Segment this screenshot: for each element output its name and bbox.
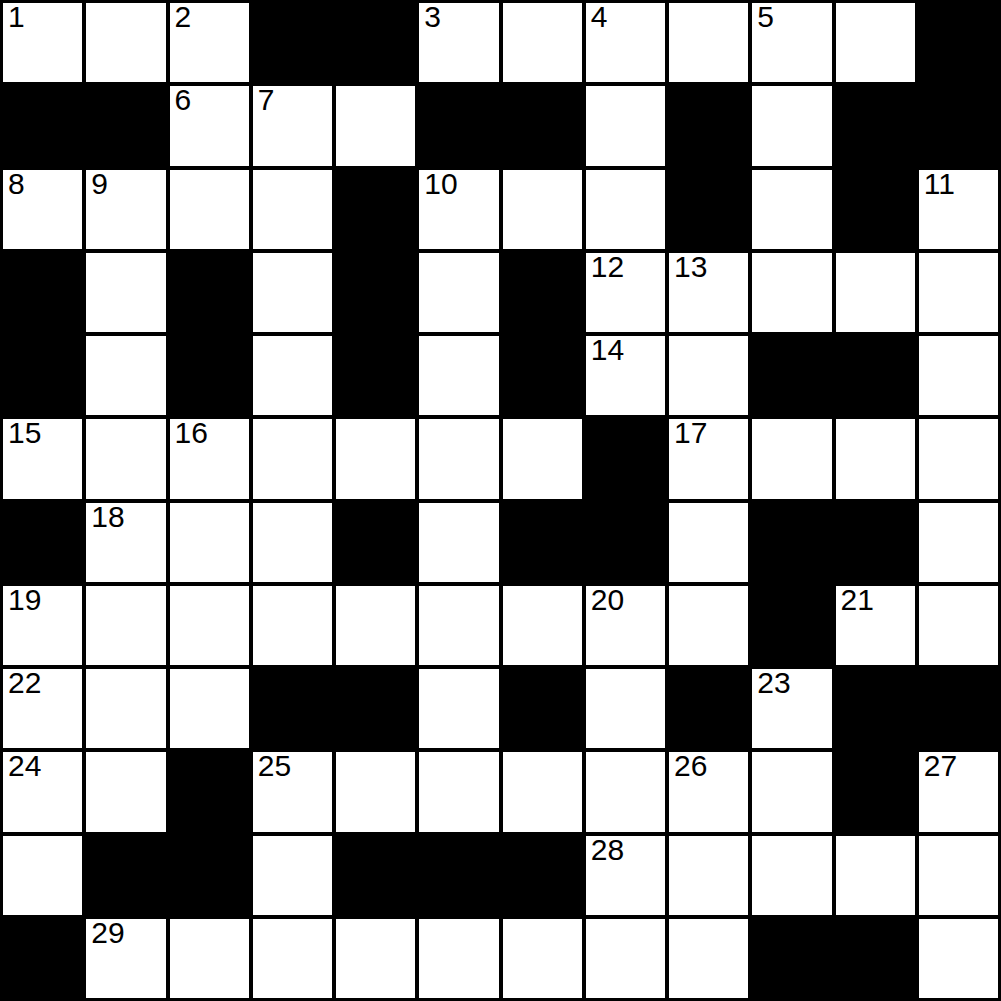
white-cell-r3c11[interactable] [919,253,998,332]
white-cell-r5c5[interactable] [419,419,498,498]
white-cell-r10c3[interactable] [253,836,332,915]
clue-number-3: 3 [424,1,441,33]
white-cell-r9c11[interactable]: 27 [919,752,998,831]
clue-number-16: 16 [175,417,208,449]
white-cell-r7c4[interactable] [336,586,415,665]
black-cell-r2c10 [836,170,915,249]
clue-number-7: 7 [258,84,275,116]
clue-number-20: 20 [591,584,624,616]
white-cell-r7c11[interactable] [919,586,998,665]
clue-number-29: 29 [91,917,124,949]
white-cell-r2c0[interactable]: 8 [3,170,82,249]
black-cell-r4c4 [336,336,415,415]
clue-number-28: 28 [591,834,624,866]
clue-number-1: 1 [8,1,25,33]
clue-number-23: 23 [757,667,790,699]
clue-number-21: 21 [841,584,874,616]
white-cell-r2c2[interactable] [170,170,249,249]
black-cell-r10c5 [419,836,498,915]
white-cell-r4c8[interactable] [669,336,748,415]
black-cell-r1c0 [3,86,82,165]
black-cell-r10c2 [170,836,249,915]
black-cell-r0c4 [336,3,415,82]
white-cell-r0c1[interactable] [86,3,165,82]
white-cell-r0c6[interactable] [503,3,582,82]
black-cell-r4c6 [503,336,582,415]
white-cell-r5c3[interactable] [253,419,332,498]
white-cell-r9c7[interactable] [586,752,665,831]
clue-number-19: 19 [8,584,41,616]
white-cell-r7c2[interactable] [170,586,249,665]
white-cell-r5c9[interactable] [752,419,831,498]
clue-number-6: 6 [175,84,192,116]
white-cell-r9c4[interactable] [336,752,415,831]
white-cell-r9c1[interactable] [86,752,165,831]
black-cell-r1c1 [86,86,165,165]
clue-number-2: 2 [175,1,192,33]
black-cell-r6c7 [586,503,665,582]
black-cell-r6c10 [836,503,915,582]
white-cell-r10c11[interactable] [919,836,998,915]
white-cell-r9c3[interactable]: 25 [253,752,332,831]
clue-number-22: 22 [8,667,41,699]
white-cell-r5c0[interactable]: 15 [3,419,82,498]
black-cell-r9c2 [170,752,249,831]
white-cell-r2c9[interactable] [752,170,831,249]
white-cell-r6c5[interactable] [419,503,498,582]
white-cell-r6c8[interactable] [669,503,748,582]
white-cell-r9c0[interactable]: 24 [3,752,82,831]
white-cell-r11c7[interactable] [586,919,665,998]
white-cell-r2c5[interactable]: 10 [419,170,498,249]
white-cell-r8c1[interactable] [86,669,165,748]
black-cell-r3c4 [336,253,415,332]
black-cell-r3c6 [503,253,582,332]
white-cell-r11c11[interactable] [919,919,998,998]
black-cell-r8c4 [336,669,415,748]
white-cell-r4c5[interactable] [419,336,498,415]
black-cell-r10c4 [336,836,415,915]
clue-number-12: 12 [591,251,624,283]
white-cell-r8c0[interactable]: 22 [3,669,82,748]
white-cell-r2c11[interactable]: 11 [919,170,998,249]
white-cell-r3c7[interactable]: 12 [586,253,665,332]
white-cell-r8c5[interactable] [419,669,498,748]
black-cell-r4c9 [752,336,831,415]
white-cell-r2c7[interactable] [586,170,665,249]
black-cell-r6c4 [336,503,415,582]
white-cell-r11c1[interactable]: 29 [86,919,165,998]
white-cell-r5c8[interactable]: 17 [669,419,748,498]
white-cell-r7c0[interactable]: 19 [3,586,82,665]
white-cell-r1c3[interactable]: 7 [253,86,332,165]
clue-number-18: 18 [91,501,124,533]
clue-number-24: 24 [8,750,41,782]
black-cell-r6c0 [3,503,82,582]
white-cell-r6c2[interactable] [170,503,249,582]
white-cell-r1c9[interactable] [752,86,831,165]
white-cell-r1c4[interactable] [336,86,415,165]
white-cell-r5c1[interactable] [86,419,165,498]
black-cell-r1c10 [836,86,915,165]
black-cell-r2c8 [669,170,748,249]
white-cell-r4c11[interactable] [919,336,998,415]
white-cell-r11c6[interactable] [503,919,582,998]
black-cell-r10c6 [503,836,582,915]
white-cell-r0c10[interactable] [836,3,915,82]
white-cell-r3c1[interactable] [86,253,165,332]
clue-number-27: 27 [924,750,957,782]
white-cell-r7c8[interactable] [669,586,748,665]
black-cell-r3c0 [3,253,82,332]
white-cell-r6c11[interactable] [919,503,998,582]
black-cell-r1c11 [919,86,998,165]
black-cell-r2c4 [336,170,415,249]
white-cell-r10c10[interactable] [836,836,915,915]
white-cell-r5c2[interactable]: 16 [170,419,249,498]
white-cell-r11c4[interactable] [336,919,415,998]
white-cell-r10c7[interactable]: 28 [586,836,665,915]
white-cell-r11c5[interactable] [419,919,498,998]
white-cell-r7c7[interactable]: 20 [586,586,665,665]
clue-number-11: 11 [924,168,955,200]
black-cell-r9c10 [836,752,915,831]
white-cell-r4c3[interactable] [253,336,332,415]
white-cell-r10c9[interactable] [752,836,831,915]
clue-number-8: 8 [8,168,25,200]
white-cell-r2c6[interactable] [503,170,582,249]
white-cell-r0c8[interactable] [669,3,748,82]
white-cell-r8c2[interactable] [170,669,249,748]
white-cell-r5c11[interactable] [919,419,998,498]
clue-number-13: 13 [674,251,707,283]
white-cell-r6c3[interactable] [253,503,332,582]
black-cell-r11c9 [752,919,831,998]
crossword-board: 1234567891011121314151617181920212223242… [0,0,1001,1001]
black-cell-r4c2 [170,336,249,415]
white-cell-r3c10[interactable] [836,253,915,332]
clue-number-9: 9 [91,168,108,200]
black-cell-r0c3 [253,3,332,82]
black-cell-r6c9 [752,503,831,582]
black-cell-r1c5 [419,86,498,165]
black-cell-r5c7 [586,419,665,498]
white-cell-r4c1[interactable] [86,336,165,415]
white-cell-r7c5[interactable] [419,586,498,665]
clue-number-5: 5 [757,1,774,33]
clue-number-26: 26 [674,750,707,782]
white-cell-r4c7[interactable]: 14 [586,336,665,415]
black-cell-r8c6 [503,669,582,748]
white-cell-r0c5[interactable]: 3 [419,3,498,82]
white-cell-r3c5[interactable] [419,253,498,332]
white-cell-r0c2[interactable]: 2 [170,3,249,82]
black-cell-r0c11 [919,3,998,82]
white-cell-r3c8[interactable]: 13 [669,253,748,332]
black-cell-r8c11 [919,669,998,748]
white-cell-r8c7[interactable] [586,669,665,748]
white-cell-r9c5[interactable] [419,752,498,831]
black-cell-r1c6 [503,86,582,165]
white-cell-r11c8[interactable] [669,919,748,998]
black-cell-r7c9 [752,586,831,665]
white-cell-r2c3[interactable] [253,170,332,249]
white-cell-r10c0[interactable] [3,836,82,915]
black-cell-r3c2 [170,253,249,332]
clue-number-10: 10 [424,168,457,200]
white-cell-r9c6[interactable] [503,752,582,831]
white-cell-r9c8[interactable]: 26 [669,752,748,831]
white-cell-r7c6[interactable] [503,586,582,665]
clue-number-25: 25 [258,750,291,782]
white-cell-r3c9[interactable] [752,253,831,332]
black-cell-r8c10 [836,669,915,748]
white-cell-r0c0[interactable]: 1 [3,3,82,82]
black-cell-r6c6 [503,503,582,582]
black-cell-r10c1 [86,836,165,915]
black-cell-r11c10 [836,919,915,998]
white-cell-r5c6[interactable] [503,419,582,498]
white-cell-r7c10[interactable]: 21 [836,586,915,665]
black-cell-r4c10 [836,336,915,415]
white-cell-r0c7[interactable]: 4 [586,3,665,82]
black-cell-r4c0 [3,336,82,415]
white-cell-r8c9[interactable]: 23 [752,669,831,748]
white-cell-r5c4[interactable] [336,419,415,498]
black-cell-r11c0 [3,919,82,998]
black-cell-r8c8 [669,669,748,748]
white-cell-r1c7[interactable] [586,86,665,165]
white-cell-r7c1[interactable] [86,586,165,665]
white-cell-r0c9[interactable]: 5 [752,3,831,82]
white-cell-r11c2[interactable] [170,919,249,998]
clue-number-14: 14 [591,334,624,366]
white-cell-r2c1[interactable]: 9 [86,170,165,249]
white-cell-r1c2[interactable]: 6 [170,86,249,165]
white-cell-r5c10[interactable] [836,419,915,498]
white-cell-r3c3[interactable] [253,253,332,332]
clue-number-4: 4 [591,1,608,33]
black-cell-r8c3 [253,669,332,748]
black-cell-r1c8 [669,86,748,165]
white-cell-r10c8[interactable] [669,836,748,915]
white-cell-r7c3[interactable] [253,586,332,665]
clue-number-17: 17 [674,417,707,449]
white-cell-r11c3[interactable] [253,919,332,998]
clue-number-15: 15 [8,417,41,449]
white-cell-r9c9[interactable] [752,752,831,831]
white-cell-r6c1[interactable]: 18 [86,503,165,582]
